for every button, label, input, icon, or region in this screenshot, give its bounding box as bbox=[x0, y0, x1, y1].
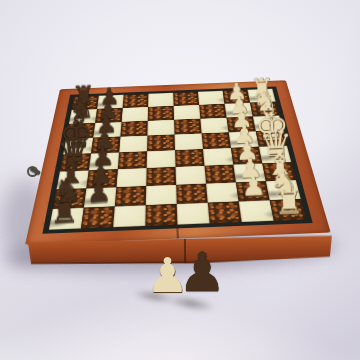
square[interactable]: ♟ bbox=[236, 181, 270, 201]
board-frame: ♜♟♟♜♞♟♟♞♝♟♟♝♚♟♟♚♛♟♟♛♝♟♟♝♞♟♟♞♜♜ bbox=[25, 80, 331, 244]
square[interactable] bbox=[147, 150, 176, 168]
square[interactable] bbox=[176, 166, 206, 185]
square[interactable]: ♜ bbox=[270, 199, 306, 221]
square[interactable] bbox=[174, 105, 201, 120]
black-pawn-off-board[interactable]: ♟ bbox=[178, 246, 226, 300]
square[interactable] bbox=[174, 119, 202, 135]
chess-set-photo: ♜♟♟♜♞♟♟♞♝♟♟♝♚♟♟♚♛♟♟♛♝♟♟♝♞♟♟♞♜♜ ♟ ♟ bbox=[0, 0, 360, 360]
black-rook[interactable]: ♜ bbox=[49, 194, 80, 228]
square[interactable] bbox=[113, 205, 146, 227]
black-pawn[interactable]: ♟ bbox=[86, 178, 112, 207]
square[interactable] bbox=[147, 120, 174, 136]
square[interactable]: ♜ bbox=[49, 208, 84, 230]
square[interactable] bbox=[145, 204, 177, 226]
square[interactable] bbox=[115, 186, 146, 206]
square[interactable] bbox=[175, 133, 203, 150]
white-pawn[interactable]: ♟ bbox=[241, 172, 267, 201]
square[interactable] bbox=[146, 185, 177, 205]
square[interactable] bbox=[148, 106, 174, 121]
square[interactable] bbox=[202, 132, 231, 149]
board-grid: ♜♟♟♜♞♟♟♞♝♟♟♝♚♟♟♚♛♟♟♛♝♟♟♝♞♟♟♞♜♜ bbox=[49, 89, 306, 230]
square[interactable] bbox=[147, 134, 175, 151]
square[interactable] bbox=[146, 167, 176, 186]
square[interactable] bbox=[203, 148, 233, 166]
board-inner-border: ♜♟♟♜♞♟♟♞♝♟♟♝♚♟♟♚♛♟♟♛♝♟♟♝♞♟♟♞♜♜ bbox=[42, 86, 312, 233]
square[interactable] bbox=[116, 168, 146, 187]
fold-seam-top bbox=[176, 228, 179, 239]
square[interactable] bbox=[123, 94, 149, 108]
white-rook[interactable]: ♜ bbox=[274, 185, 305, 219]
square[interactable] bbox=[120, 121, 147, 137]
square[interactable] bbox=[81, 206, 115, 228]
square[interactable] bbox=[208, 201, 242, 223]
square[interactable] bbox=[122, 107, 149, 122]
square[interactable] bbox=[177, 203, 210, 225]
square[interactable] bbox=[118, 151, 147, 169]
square[interactable] bbox=[148, 93, 174, 107]
square[interactable] bbox=[176, 184, 208, 204]
square[interactable] bbox=[173, 92, 199, 106]
square[interactable]: ♟ bbox=[84, 187, 117, 208]
square[interactable] bbox=[175, 149, 204, 167]
square[interactable] bbox=[119, 136, 147, 153]
clasp-icon bbox=[27, 163, 43, 179]
